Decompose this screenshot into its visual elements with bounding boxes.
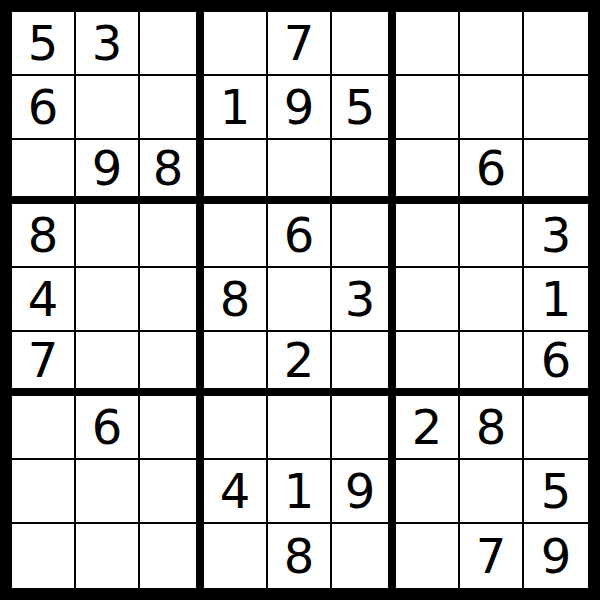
cell-r2c2[interactable] — [76, 76, 140, 140]
cell-r1c8[interactable] — [460, 12, 524, 76]
cell-r6c3[interactable] — [140, 332, 204, 396]
cell-r4c2[interactable] — [76, 204, 140, 268]
cell-r1c5[interactable]: 7 — [268, 12, 332, 76]
cell-r2c1[interactable]: 6 — [12, 76, 76, 140]
cell-r3c7[interactable] — [396, 140, 460, 204]
cell-r3c6[interactable] — [332, 140, 396, 204]
cell-r7c2[interactable]: 6 — [76, 396, 140, 460]
cell-r1c4[interactable] — [204, 12, 268, 76]
cell-r7c8[interactable]: 8 — [460, 396, 524, 460]
cell-r3c3[interactable]: 8 — [140, 140, 204, 204]
cell-r4c4[interactable] — [204, 204, 268, 268]
cell-r9c8[interactable]: 7 — [460, 524, 524, 588]
cell-r3c5[interactable] — [268, 140, 332, 204]
cell-r1c6[interactable] — [332, 12, 396, 76]
cell-r5c6[interactable]: 3 — [332, 268, 396, 332]
cell-r3c8[interactable]: 6 — [460, 140, 524, 204]
cell-r1c9[interactable] — [524, 12, 588, 76]
cell-r9c4[interactable] — [204, 524, 268, 588]
cell-r1c1[interactable]: 5 — [12, 12, 76, 76]
cell-r2c3[interactable] — [140, 76, 204, 140]
cell-r9c2[interactable] — [76, 524, 140, 588]
cell-r2c5[interactable]: 9 — [268, 76, 332, 140]
cell-r6c8[interactable] — [460, 332, 524, 396]
cell-r5c1[interactable]: 4 — [12, 268, 76, 332]
cell-r7c6[interactable] — [332, 396, 396, 460]
cell-r9c6[interactable] — [332, 524, 396, 588]
cell-r7c7[interactable]: 2 — [396, 396, 460, 460]
cell-r8c1[interactable] — [12, 460, 76, 524]
cell-r2c4[interactable]: 1 — [204, 76, 268, 140]
cell-r9c9[interactable]: 9 — [524, 524, 588, 588]
cell-r5c9[interactable]: 1 — [524, 268, 588, 332]
cell-r1c3[interactable] — [140, 12, 204, 76]
cell-r2c7[interactable] — [396, 76, 460, 140]
cell-r6c6[interactable] — [332, 332, 396, 396]
cell-r8c4[interactable]: 4 — [204, 460, 268, 524]
cell-r4c7[interactable] — [396, 204, 460, 268]
cell-r2c6[interactable]: 5 — [332, 76, 396, 140]
cell-r7c1[interactable] — [12, 396, 76, 460]
cell-r7c9[interactable] — [524, 396, 588, 460]
cell-r6c9[interactable]: 6 — [524, 332, 588, 396]
cell-r7c3[interactable] — [140, 396, 204, 460]
cell-r6c2[interactable] — [76, 332, 140, 396]
cell-r4c8[interactable] — [460, 204, 524, 268]
cell-r8c2[interactable] — [76, 460, 140, 524]
cell-r9c3[interactable] — [140, 524, 204, 588]
cell-r8c9[interactable]: 5 — [524, 460, 588, 524]
cell-r5c3[interactable] — [140, 268, 204, 332]
cell-r2c8[interactable] — [460, 76, 524, 140]
cell-r6c4[interactable] — [204, 332, 268, 396]
cell-r8c3[interactable] — [140, 460, 204, 524]
cell-r5c4[interactable]: 8 — [204, 268, 268, 332]
cell-r6c7[interactable] — [396, 332, 460, 396]
cell-r4c1[interactable]: 8 — [12, 204, 76, 268]
cell-r9c5[interactable]: 8 — [268, 524, 332, 588]
cell-r1c7[interactable] — [396, 12, 460, 76]
cell-r5c7[interactable] — [396, 268, 460, 332]
cell-r5c5[interactable] — [268, 268, 332, 332]
cell-r3c9[interactable] — [524, 140, 588, 204]
cell-r8c6[interactable]: 9 — [332, 460, 396, 524]
cell-r3c1[interactable] — [12, 140, 76, 204]
cell-r1c2[interactable]: 3 — [76, 12, 140, 76]
cell-r3c4[interactable] — [204, 140, 268, 204]
cell-r6c5[interactable]: 2 — [268, 332, 332, 396]
cell-r2c9[interactable] — [524, 76, 588, 140]
cell-r9c1[interactable] — [12, 524, 76, 588]
cell-r4c3[interactable] — [140, 204, 204, 268]
cell-r4c6[interactable] — [332, 204, 396, 268]
cell-r8c7[interactable] — [396, 460, 460, 524]
cell-r4c5[interactable]: 6 — [268, 204, 332, 268]
cell-r5c8[interactable] — [460, 268, 524, 332]
cell-r8c5[interactable]: 1 — [268, 460, 332, 524]
cell-r7c5[interactable] — [268, 396, 332, 460]
cell-r3c2[interactable]: 9 — [76, 140, 140, 204]
cell-r9c7[interactable] — [396, 524, 460, 588]
cell-r6c1[interactable]: 7 — [12, 332, 76, 396]
sudoku-board: 537619598686348317266284195879 — [0, 0, 600, 600]
cell-r4c9[interactable]: 3 — [524, 204, 588, 268]
cell-r7c4[interactable] — [204, 396, 268, 460]
cell-r8c8[interactable] — [460, 460, 524, 524]
cell-r5c2[interactable] — [76, 268, 140, 332]
